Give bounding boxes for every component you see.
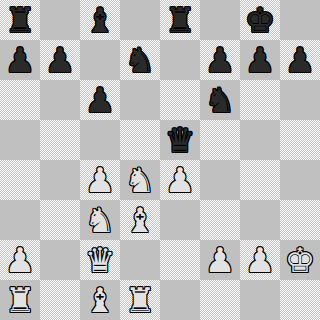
square-b2[interactable] bbox=[40, 240, 80, 280]
square-h8[interactable] bbox=[280, 0, 320, 40]
square-a3[interactable] bbox=[0, 200, 40, 240]
square-f6[interactable]: ♞ bbox=[200, 80, 240, 120]
square-h7[interactable]: ♟ bbox=[280, 40, 320, 80]
white-queen[interactable]: ♛ bbox=[80, 240, 120, 280]
black-rook[interactable]: ♜ bbox=[0, 0, 40, 40]
white-knight[interactable]: ♞ bbox=[80, 200, 120, 240]
black-queen[interactable]: ♛ bbox=[160, 120, 200, 160]
chess-board: ♜♝♜♚♟♟♞♟♟♟♟♞♛♟♞♟♞♝♟♛♟♟♚♜♝♜ bbox=[0, 0, 320, 320]
square-h3[interactable] bbox=[280, 200, 320, 240]
white-pawn[interactable]: ♟ bbox=[160, 160, 200, 200]
black-rook[interactable]: ♜ bbox=[160, 0, 200, 40]
square-d3[interactable]: ♝ bbox=[120, 200, 160, 240]
black-pawn[interactable]: ♟ bbox=[80, 80, 120, 120]
square-c8[interactable]: ♝ bbox=[80, 0, 120, 40]
square-d1[interactable]: ♜ bbox=[120, 280, 160, 320]
square-d2[interactable] bbox=[120, 240, 160, 280]
white-bishop[interactable]: ♝ bbox=[80, 280, 120, 320]
square-a8[interactable]: ♜ bbox=[0, 0, 40, 40]
square-e1[interactable] bbox=[160, 280, 200, 320]
square-g1[interactable] bbox=[240, 280, 280, 320]
black-pawn[interactable]: ♟ bbox=[0, 40, 40, 80]
square-c4[interactable]: ♟ bbox=[80, 160, 120, 200]
white-pawn[interactable]: ♟ bbox=[80, 160, 120, 200]
square-a5[interactable] bbox=[0, 120, 40, 160]
square-a2[interactable]: ♟ bbox=[0, 240, 40, 280]
square-c1[interactable]: ♝ bbox=[80, 280, 120, 320]
square-c3[interactable]: ♞ bbox=[80, 200, 120, 240]
square-b8[interactable] bbox=[40, 0, 80, 40]
square-c5[interactable] bbox=[80, 120, 120, 160]
square-f5[interactable] bbox=[200, 120, 240, 160]
black-knight[interactable]: ♞ bbox=[200, 80, 240, 120]
square-e2[interactable] bbox=[160, 240, 200, 280]
black-pawn[interactable]: ♟ bbox=[200, 40, 240, 80]
white-knight[interactable]: ♞ bbox=[120, 160, 160, 200]
square-g5[interactable] bbox=[240, 120, 280, 160]
square-d4[interactable]: ♞ bbox=[120, 160, 160, 200]
square-f7[interactable]: ♟ bbox=[200, 40, 240, 80]
square-e8[interactable]: ♜ bbox=[160, 0, 200, 40]
black-knight[interactable]: ♞ bbox=[120, 40, 160, 80]
square-b7[interactable]: ♟ bbox=[40, 40, 80, 80]
square-h1[interactable] bbox=[280, 280, 320, 320]
white-bishop[interactable]: ♝ bbox=[120, 200, 160, 240]
square-d7[interactable]: ♞ bbox=[120, 40, 160, 80]
square-e4[interactable]: ♟ bbox=[160, 160, 200, 200]
black-bishop[interactable]: ♝ bbox=[80, 0, 120, 40]
square-e5[interactable]: ♛ bbox=[160, 120, 200, 160]
square-e7[interactable] bbox=[160, 40, 200, 80]
square-a1[interactable]: ♜ bbox=[0, 280, 40, 320]
square-d6[interactable] bbox=[120, 80, 160, 120]
square-f4[interactable] bbox=[200, 160, 240, 200]
square-g3[interactable] bbox=[240, 200, 280, 240]
white-rook[interactable]: ♜ bbox=[120, 280, 160, 320]
square-c2[interactable]: ♛ bbox=[80, 240, 120, 280]
square-a4[interactable] bbox=[0, 160, 40, 200]
square-g8[interactable]: ♚ bbox=[240, 0, 280, 40]
square-h5[interactable] bbox=[280, 120, 320, 160]
square-b1[interactable] bbox=[40, 280, 80, 320]
white-king[interactable]: ♚ bbox=[280, 240, 320, 280]
square-e3[interactable] bbox=[160, 200, 200, 240]
white-pawn[interactable]: ♟ bbox=[240, 240, 280, 280]
white-pawn[interactable]: ♟ bbox=[200, 240, 240, 280]
square-g6[interactable] bbox=[240, 80, 280, 120]
square-b4[interactable] bbox=[40, 160, 80, 200]
black-pawn[interactable]: ♟ bbox=[40, 40, 80, 80]
square-b3[interactable] bbox=[40, 200, 80, 240]
square-f2[interactable]: ♟ bbox=[200, 240, 240, 280]
square-a6[interactable] bbox=[0, 80, 40, 120]
square-f8[interactable] bbox=[200, 0, 240, 40]
white-pawn[interactable]: ♟ bbox=[0, 240, 40, 280]
square-b6[interactable] bbox=[40, 80, 80, 120]
square-c6[interactable]: ♟ bbox=[80, 80, 120, 120]
white-rook[interactable]: ♜ bbox=[0, 280, 40, 320]
square-g2[interactable]: ♟ bbox=[240, 240, 280, 280]
square-g4[interactable] bbox=[240, 160, 280, 200]
square-b5[interactable] bbox=[40, 120, 80, 160]
square-h4[interactable] bbox=[280, 160, 320, 200]
square-g7[interactable]: ♟ bbox=[240, 40, 280, 80]
square-h2[interactable]: ♚ bbox=[280, 240, 320, 280]
square-d8[interactable] bbox=[120, 0, 160, 40]
square-a7[interactable]: ♟ bbox=[0, 40, 40, 80]
square-h6[interactable] bbox=[280, 80, 320, 120]
square-f3[interactable] bbox=[200, 200, 240, 240]
square-e6[interactable] bbox=[160, 80, 200, 120]
square-d5[interactable] bbox=[120, 120, 160, 160]
black-pawn[interactable]: ♟ bbox=[280, 40, 320, 80]
black-king[interactable]: ♚ bbox=[240, 0, 280, 40]
square-f1[interactable] bbox=[200, 280, 240, 320]
black-pawn[interactable]: ♟ bbox=[240, 40, 280, 80]
square-c7[interactable] bbox=[80, 40, 120, 80]
